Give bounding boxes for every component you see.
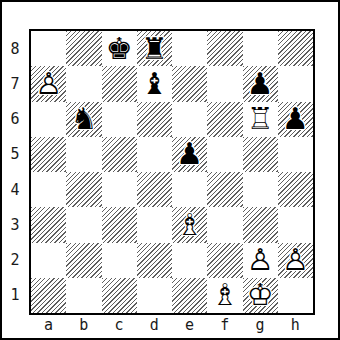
piece-black-king[interactable]: ♚ bbox=[102, 31, 137, 66]
square-g1[interactable]: ♚♔ bbox=[243, 278, 278, 313]
piece-outline-glyph: ♗ bbox=[207, 278, 242, 313]
square-h4[interactable] bbox=[278, 172, 313, 207]
file-label-c: c bbox=[102, 313, 137, 337]
square-h5[interactable] bbox=[278, 137, 313, 172]
piece-white-king[interactable]: ♚♔ bbox=[243, 278, 278, 313]
square-b6[interactable]: ♞ bbox=[66, 102, 101, 137]
piece-outline-glyph: ♙ bbox=[243, 243, 278, 278]
square-b1[interactable] bbox=[66, 278, 101, 313]
square-b8[interactable] bbox=[66, 31, 101, 66]
square-h3[interactable] bbox=[278, 207, 313, 242]
square-c2[interactable] bbox=[102, 243, 137, 278]
rank-label-3: 3 bbox=[2, 207, 28, 242]
file-label-b: b bbox=[66, 313, 101, 337]
chess-board[interactable]: ♚♜♟♙♝♟♞♜♖♟♟♝♗♟♙♟♙♝♗♚♔ bbox=[29, 29, 315, 315]
piece-black-rook[interactable]: ♜ bbox=[137, 31, 172, 66]
piece-black-bishop[interactable]: ♝ bbox=[137, 66, 172, 101]
square-a2[interactable] bbox=[31, 243, 66, 278]
square-f1[interactable]: ♝♗ bbox=[207, 278, 242, 313]
rank-label-2: 2 bbox=[2, 243, 28, 278]
piece-black-pawn[interactable]: ♟ bbox=[172, 137, 207, 172]
square-a4[interactable] bbox=[31, 172, 66, 207]
square-a6[interactable] bbox=[31, 102, 66, 137]
file-label-h: h bbox=[278, 313, 313, 337]
rank-label-8: 8 bbox=[2, 31, 28, 66]
square-g8[interactable] bbox=[243, 31, 278, 66]
square-a7[interactable]: ♟♙ bbox=[31, 66, 66, 101]
rank-label-6: 6 bbox=[2, 102, 28, 137]
square-e6[interactable] bbox=[172, 102, 207, 137]
square-f4[interactable] bbox=[207, 172, 242, 207]
square-f5[interactable] bbox=[207, 137, 242, 172]
square-g4[interactable] bbox=[243, 172, 278, 207]
piece-white-pawn[interactable]: ♟♙ bbox=[31, 66, 66, 101]
square-g3[interactable] bbox=[243, 207, 278, 242]
square-a3[interactable] bbox=[31, 207, 66, 242]
square-d1[interactable] bbox=[137, 278, 172, 313]
square-d4[interactable] bbox=[137, 172, 172, 207]
square-b5[interactable] bbox=[66, 137, 101, 172]
piece-fill-glyph: ♞ bbox=[66, 102, 101, 137]
piece-outline-glyph: ♙ bbox=[31, 66, 66, 101]
piece-white-rook[interactable]: ♜♖ bbox=[243, 102, 278, 137]
file-label-f: f bbox=[207, 313, 242, 337]
piece-fill-glyph: ♟ bbox=[172, 137, 207, 172]
piece-fill-glyph: ♜ bbox=[137, 31, 172, 66]
square-g6[interactable]: ♜♖ bbox=[243, 102, 278, 137]
square-c1[interactable] bbox=[102, 278, 137, 313]
square-b7[interactable] bbox=[66, 66, 101, 101]
square-c3[interactable] bbox=[102, 207, 137, 242]
square-e4[interactable] bbox=[172, 172, 207, 207]
piece-black-knight[interactable]: ♞ bbox=[66, 102, 101, 137]
chess-diagram: 87654321 ♚♜♟♙♝♟♞♜♖♟♟♝♗♟♙♟♙♝♗♚♔ abcdefgh bbox=[0, 0, 340, 340]
square-g2[interactable]: ♟♙ bbox=[243, 243, 278, 278]
square-d8[interactable]: ♜ bbox=[137, 31, 172, 66]
file-labels: abcdefgh bbox=[31, 313, 313, 337]
rank-label-4: 4 bbox=[2, 172, 28, 207]
square-a5[interactable] bbox=[31, 137, 66, 172]
square-e1[interactable] bbox=[172, 278, 207, 313]
piece-black-pawn[interactable]: ♟ bbox=[278, 102, 313, 137]
square-e2[interactable] bbox=[172, 243, 207, 278]
piece-white-pawn[interactable]: ♟♙ bbox=[278, 243, 313, 278]
square-f7[interactable] bbox=[207, 66, 242, 101]
square-g5[interactable] bbox=[243, 137, 278, 172]
square-h1[interactable] bbox=[278, 278, 313, 313]
square-e3[interactable]: ♝♗ bbox=[172, 207, 207, 242]
square-h2[interactable]: ♟♙ bbox=[278, 243, 313, 278]
square-b4[interactable] bbox=[66, 172, 101, 207]
piece-white-pawn[interactable]: ♟♙ bbox=[243, 243, 278, 278]
piece-outline-glyph: ♙ bbox=[278, 243, 313, 278]
square-h7[interactable] bbox=[278, 66, 313, 101]
square-c8[interactable]: ♚ bbox=[102, 31, 137, 66]
rank-label-5: 5 bbox=[2, 137, 28, 172]
square-c7[interactable] bbox=[102, 66, 137, 101]
square-g7[interactable]: ♟ bbox=[243, 66, 278, 101]
rank-label-1: 1 bbox=[2, 278, 28, 313]
square-c5[interactable] bbox=[102, 137, 137, 172]
rank-labels: 87654321 bbox=[2, 31, 28, 313]
file-label-e: e bbox=[172, 313, 207, 337]
piece-fill-glyph: ♝ bbox=[137, 66, 172, 101]
square-f8[interactable] bbox=[207, 31, 242, 66]
square-a1[interactable] bbox=[31, 278, 66, 313]
square-h8[interactable] bbox=[278, 31, 313, 66]
piece-black-pawn[interactable]: ♟ bbox=[243, 66, 278, 101]
square-e7[interactable] bbox=[172, 66, 207, 101]
square-d2[interactable] bbox=[137, 243, 172, 278]
square-a8[interactable] bbox=[31, 31, 66, 66]
piece-fill-glyph: ♟ bbox=[278, 102, 313, 137]
square-d3[interactable] bbox=[137, 207, 172, 242]
file-label-a: a bbox=[31, 313, 66, 337]
piece-white-bishop[interactable]: ♝♗ bbox=[207, 278, 242, 313]
square-f3[interactable] bbox=[207, 207, 242, 242]
square-b3[interactable] bbox=[66, 207, 101, 242]
piece-white-bishop[interactable]: ♝♗ bbox=[172, 207, 207, 242]
square-d5[interactable] bbox=[137, 137, 172, 172]
square-e5[interactable]: ♟ bbox=[172, 137, 207, 172]
piece-outline-glyph: ♔ bbox=[243, 278, 278, 313]
square-c4[interactable] bbox=[102, 172, 137, 207]
square-f2[interactable] bbox=[207, 243, 242, 278]
square-e8[interactable] bbox=[172, 31, 207, 66]
square-c6[interactable] bbox=[102, 102, 137, 137]
piece-fill-glyph: ♚ bbox=[102, 31, 137, 66]
square-b2[interactable] bbox=[66, 243, 101, 278]
rank-label-7: 7 bbox=[2, 66, 28, 101]
piece-outline-glyph: ♗ bbox=[172, 207, 207, 242]
square-f6[interactable] bbox=[207, 102, 242, 137]
square-h6[interactable]: ♟ bbox=[278, 102, 313, 137]
file-label-d: d bbox=[137, 313, 172, 337]
square-d7[interactable]: ♝ bbox=[137, 66, 172, 101]
piece-outline-glyph: ♖ bbox=[243, 102, 278, 137]
square-d6[interactable] bbox=[137, 102, 172, 137]
file-label-g: g bbox=[243, 313, 278, 337]
piece-fill-glyph: ♟ bbox=[243, 66, 278, 101]
